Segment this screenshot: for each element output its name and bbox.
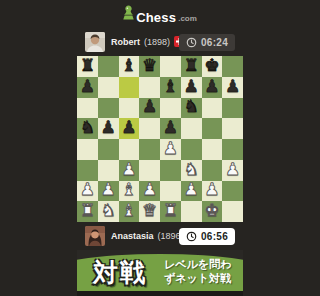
square-c2[interactable]: ♝	[119, 181, 140, 202]
square-e5[interactable]: ♟	[160, 118, 181, 139]
black-pawn[interactable]: ♟	[101, 119, 116, 136]
square-g1[interactable]: ♚	[202, 201, 223, 222]
square-f4[interactable]	[181, 139, 202, 160]
square-f7[interactable]: ♟	[181, 77, 202, 98]
logo-text: Chess	[136, 11, 176, 24]
square-e3[interactable]	[160, 160, 181, 181]
square-a3[interactable]	[77, 160, 98, 181]
black-pawn[interactable]: ♟	[204, 78, 219, 95]
square-f6[interactable]: ♞	[181, 98, 202, 119]
square-e4[interactable]: ♟	[160, 139, 181, 160]
black-pawn[interactable]: ♟	[163, 119, 178, 136]
player-name-bottom: Anastasia	[111, 231, 154, 241]
white-pawn[interactable]: ♟	[204, 181, 219, 198]
square-a1[interactable]: ♜	[77, 201, 98, 222]
square-g2[interactable]: ♟	[202, 181, 223, 202]
clock-time-top: 06:24	[201, 37, 228, 48]
square-h1[interactable]	[222, 201, 243, 222]
square-c8[interactable]: ♝	[119, 56, 140, 77]
black-knight[interactable]: ♞	[80, 119, 95, 136]
player-info-top[interactable]: Robert (1898)	[111, 33, 167, 51]
square-b8[interactable]	[98, 56, 119, 77]
clock-bottom: 06:56	[179, 228, 235, 245]
white-pawn[interactable]: ♟	[163, 140, 178, 157]
white-knight[interactable]: ♞	[101, 202, 116, 219]
square-c6[interactable]	[119, 98, 140, 119]
square-g4[interactable]	[202, 139, 223, 160]
square-h3[interactable]: ♟	[222, 160, 243, 181]
square-f5[interactable]	[181, 118, 202, 139]
square-d3[interactable]	[139, 160, 160, 181]
white-pawn[interactable]: ♟	[142, 181, 157, 198]
square-e7[interactable]: ♝	[160, 77, 181, 98]
square-f2[interactable]: ♟	[181, 181, 202, 202]
chess-app: Chess .com Robert (1898)	[77, 0, 243, 296]
square-b7[interactable]	[98, 77, 119, 98]
black-rook[interactable]: ♜	[80, 57, 95, 74]
chess-board: ♜♝♛♜♚♟♝♟♟♟♟♞♞♟♟♟♟♟♞♟♟♟♝♟♟♟♜♞♝♛♜♚	[77, 56, 243, 222]
promo-banner[interactable]: 対戦 レベルを問わ ずネット対戦	[77, 250, 243, 296]
app-header: Chess .com	[77, 0, 243, 28]
white-pawn[interactable]: ♟	[80, 181, 95, 198]
square-d2[interactable]: ♟	[139, 181, 160, 202]
square-c1[interactable]: ♝	[119, 201, 140, 222]
chesscom-logo[interactable]: Chess .com	[123, 5, 197, 24]
white-bishop[interactable]: ♝	[121, 202, 136, 219]
player-rating-top: (1898)	[144, 37, 170, 47]
banner-subtitle: レベルを問わ ずネット対戦	[164, 258, 231, 285]
white-pawn[interactable]: ♟	[184, 181, 199, 198]
square-f8[interactable]: ♜	[181, 56, 202, 77]
square-b2[interactable]: ♟	[98, 181, 119, 202]
clock-icon	[186, 231, 197, 242]
square-e2[interactable]	[160, 181, 181, 202]
square-c4[interactable]	[119, 139, 140, 160]
square-a6[interactable]	[77, 98, 98, 119]
black-bishop[interactable]: ♝	[163, 78, 178, 95]
square-h5[interactable]	[222, 118, 243, 139]
bottom-strip	[77, 291, 243, 296]
square-a2[interactable]: ♟	[77, 181, 98, 202]
banner-title: 対戦	[93, 259, 147, 286]
square-g5[interactable]	[202, 118, 223, 139]
white-rook[interactable]: ♜	[163, 202, 178, 219]
black-king[interactable]: ♚	[204, 57, 219, 74]
avatar-bottom[interactable]	[85, 226, 105, 246]
square-b4[interactable]	[98, 139, 119, 160]
square-h6[interactable]	[222, 98, 243, 119]
square-d7[interactable]	[139, 77, 160, 98]
white-king[interactable]: ♚	[204, 202, 219, 219]
square-g8[interactable]: ♚	[202, 56, 223, 77]
pawn-logo-icon	[123, 5, 134, 24]
banner-subtitle-line1: レベルを問わ	[164, 258, 231, 272]
square-a5[interactable]: ♞	[77, 118, 98, 139]
square-d1[interactable]: ♛	[139, 201, 160, 222]
player-bar-top: Robert (1898) 06:24	[77, 28, 243, 56]
black-queen[interactable]: ♛	[142, 57, 157, 74]
black-pawn[interactable]: ♟	[80, 78, 95, 95]
square-h7[interactable]: ♟	[222, 77, 243, 98]
square-b3[interactable]	[98, 160, 119, 181]
square-g7[interactable]: ♟	[202, 77, 223, 98]
white-queen[interactable]: ♛	[142, 202, 157, 219]
black-rook[interactable]: ♜	[184, 57, 199, 74]
square-e8[interactable]	[160, 56, 181, 77]
square-h2[interactable]	[222, 181, 243, 202]
square-e6[interactable]	[160, 98, 181, 119]
square-h4[interactable]	[222, 139, 243, 160]
white-bishop[interactable]: ♝	[121, 181, 136, 198]
black-pawn[interactable]: ♟	[225, 78, 240, 95]
square-b5[interactable]: ♟	[98, 118, 119, 139]
black-bishop[interactable]: ♝	[121, 57, 136, 74]
square-g6[interactable]	[202, 98, 223, 119]
white-pawn[interactable]: ♟	[121, 161, 136, 178]
square-b1[interactable]: ♞	[98, 201, 119, 222]
clock-icon	[186, 37, 197, 48]
square-h8[interactable]	[222, 56, 243, 77]
square-e1[interactable]: ♜	[160, 201, 181, 222]
player-bar-bottom: Anastasia (1896)	[77, 222, 243, 250]
square-a8[interactable]: ♜	[77, 56, 98, 77]
square-c3[interactable]: ♟	[119, 160, 140, 181]
square-d6[interactable]: ♟	[139, 98, 160, 119]
black-pawn[interactable]: ♟	[121, 119, 136, 136]
white-knight[interactable]: ♞	[184, 161, 199, 178]
clock-time-bottom: 06:56	[201, 231, 228, 242]
square-c7[interactable]	[119, 77, 140, 98]
player-info-bottom[interactable]: Anastasia (1896)	[111, 227, 167, 245]
logo-suffix: .com	[178, 14, 197, 24]
square-a7[interactable]: ♟	[77, 77, 98, 98]
square-d8[interactable]: ♛	[139, 56, 160, 77]
black-knight[interactable]: ♞	[184, 98, 199, 115]
square-d4[interactable]	[139, 139, 160, 160]
square-c5[interactable]: ♟	[119, 118, 140, 139]
clock-top: 06:24	[179, 34, 235, 51]
square-d5[interactable]	[139, 118, 160, 139]
square-b6[interactable]	[98, 98, 119, 119]
square-f3[interactable]: ♞	[181, 160, 202, 181]
black-pawn[interactable]: ♟	[142, 98, 157, 115]
white-pawn[interactable]: ♟	[225, 161, 240, 178]
banner-subtitle-line2: ずネット対戦	[164, 272, 231, 286]
square-f1[interactable]	[181, 201, 202, 222]
white-pawn[interactable]: ♟	[101, 181, 116, 198]
avatar-top[interactable]	[85, 32, 105, 52]
square-a4[interactable]	[77, 139, 98, 160]
square-g3[interactable]	[202, 160, 223, 181]
white-rook[interactable]: ♜	[80, 202, 95, 219]
black-pawn[interactable]: ♟	[184, 78, 199, 95]
player-name-top: Robert	[111, 37, 140, 47]
